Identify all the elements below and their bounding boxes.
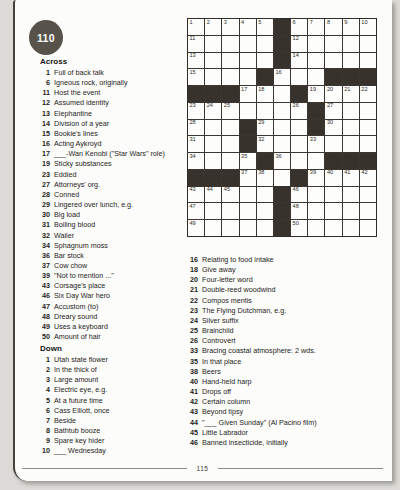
clue-text: Full of back talk <box>54 68 104 78</box>
grid-cell[interactable]: 26 <box>291 103 307 119</box>
grid-cell[interactable] <box>240 103 256 119</box>
grid-cell[interactable] <box>308 220 324 236</box>
black-cell <box>274 203 290 219</box>
grid-cell[interactable] <box>291 120 307 136</box>
cell-number: 17 <box>241 87 247 93</box>
grid-cell[interactable]: 13 <box>188 53 204 69</box>
cell-number: 22 <box>361 87 367 93</box>
grid-cell[interactable]: 27 <box>325 103 341 119</box>
grid-cell[interactable] <box>360 53 376 69</box>
grid-cell[interactable]: 9 <box>343 19 359 35</box>
grid-cell[interactable] <box>205 203 221 219</box>
clue-text: Beyond tipsy <box>202 407 243 417</box>
grid-cell[interactable]: 14 <box>291 53 307 69</box>
grid-cell[interactable] <box>274 120 290 136</box>
clue-down-46: 46Banned insecticide, initially <box>181 438 389 448</box>
grid-cell[interactable]: 40 <box>325 170 341 186</box>
clue-number: 49 <box>33 322 50 332</box>
grid-cell[interactable] <box>325 36 341 52</box>
clue-down-42: 42Certain column <box>181 397 389 407</box>
grid-cell[interactable]: 1 <box>188 19 204 35</box>
clue-text: Bookie's lines <box>54 129 98 139</box>
crossword-grid: 1234567891011121314151617181920212223242… <box>187 18 377 237</box>
clue-number: 17 <box>33 149 50 159</box>
clue-number: 40 <box>181 377 198 387</box>
across-header: Across <box>40 57 185 67</box>
clue-number: 6 <box>33 78 50 88</box>
cell-number: 42 <box>361 170 367 176</box>
clue-text: Double-reed woodwind <box>202 285 276 295</box>
grid-cell[interactable] <box>325 220 341 236</box>
grid-cell[interactable] <box>240 187 256 203</box>
clue-text: Uses a keyboard <box>54 322 108 332</box>
grid-cell[interactable]: 43 <box>188 187 204 203</box>
clue-number: 38 <box>181 367 198 377</box>
black-cell <box>308 120 324 136</box>
clue-number: 2 <box>33 365 50 375</box>
grid-cell[interactable] <box>240 53 256 69</box>
grid-cell[interactable] <box>257 203 273 219</box>
black-cell <box>188 170 204 186</box>
grid-cell[interactable]: 4 <box>240 19 256 35</box>
clue-text: Accustom (to) <box>54 302 98 312</box>
grid-cell[interactable]: 31 <box>188 136 204 152</box>
clue-text: Large amount <box>54 375 98 385</box>
grid-cell[interactable]: 36 <box>274 153 290 169</box>
cell-number: 3 <box>224 20 227 26</box>
cell-number: 34 <box>190 154 196 160</box>
clue-down-16: 16Relating to food intake <box>181 255 389 265</box>
grid-cell[interactable] <box>222 203 238 219</box>
grid-cell[interactable] <box>360 120 376 136</box>
puzzle-number: 110 <box>37 32 55 44</box>
grid-cell[interactable] <box>257 53 273 69</box>
grid-cell[interactable] <box>343 187 359 203</box>
grid-cell[interactable] <box>257 220 273 236</box>
grid-cell[interactable] <box>343 120 359 136</box>
clue-text: Conned <box>54 190 79 200</box>
clue-across-43: 43Corsage's place <box>33 281 185 291</box>
clue-text: Hand-held harp <box>202 377 252 387</box>
cell-number: 2 <box>207 20 210 26</box>
cell-number: 43 <box>190 187 196 193</box>
grid-cell[interactable]: 17 <box>240 86 256 102</box>
black-cell <box>308 103 324 119</box>
page-footer: 115 <box>22 461 383 475</box>
grid-cell[interactable] <box>291 153 307 169</box>
cell-number: 32 <box>258 137 264 143</box>
grid-cell[interactable] <box>274 86 290 102</box>
black-cell <box>274 19 290 35</box>
cell-number: 26 <box>293 103 299 109</box>
grid-cell[interactable] <box>308 203 324 219</box>
cell-number: 24 <box>207 103 213 109</box>
grid-cell[interactable]: 12 <box>291 36 307 52</box>
clue-text: Bracing coastal atmosphere: 2 wds. <box>202 346 316 356</box>
clue-number: 30 <box>33 210 50 220</box>
grid-cell[interactable]: 10 <box>360 19 376 35</box>
grid-cell[interactable] <box>360 203 376 219</box>
clue-text: Certain column <box>202 397 250 407</box>
clue-across-27: 27Attorneys' org. <box>33 180 185 190</box>
clue-down-2: 2In the thick of <box>33 365 185 375</box>
clue-text: The Flying Dutchman, e.g. <box>202 306 286 316</box>
grid-cell[interactable] <box>308 36 324 52</box>
down-section: Down 1Utah state flower2In the thick of3… <box>33 344 185 457</box>
clue-text: Compos mentis <box>202 296 252 306</box>
grid-cell[interactable]: 15 <box>188 69 204 85</box>
cell-number: 36 <box>275 154 281 160</box>
clue-text: Cow chow <box>54 261 87 271</box>
black-cell <box>360 69 376 85</box>
grid-cell[interactable]: 5 <box>257 19 273 35</box>
grid-cell[interactable] <box>308 53 324 69</box>
grid-cell[interactable] <box>222 36 238 52</box>
cell-number: 39 <box>310 170 316 176</box>
grid-cell[interactable]: 41 <box>343 170 359 186</box>
cell-number: 9 <box>344 20 347 26</box>
grid-cell[interactable]: 20 <box>325 86 341 102</box>
grid-cell[interactable] <box>343 136 359 152</box>
grid-cell[interactable]: 39 <box>308 170 324 186</box>
grid-cell[interactable]: 25 <box>222 103 238 119</box>
grid-cell[interactable] <box>325 187 341 203</box>
grid-cell[interactable]: 47 <box>188 203 204 219</box>
clue-text: In that place <box>202 357 241 367</box>
grid-cell[interactable]: 16 <box>274 69 290 85</box>
clue-text: Cass Elliott, once <box>54 406 110 416</box>
clue-number: 50 <box>33 332 50 342</box>
grid-cell[interactable]: 33 <box>308 136 324 152</box>
grid-cell[interactable] <box>240 69 256 85</box>
grid-cell[interactable]: 48 <box>291 203 307 219</box>
grid-cell[interactable] <box>291 136 307 152</box>
cell-number: 10 <box>361 20 367 26</box>
clue-number: 16 <box>181 255 198 265</box>
clue-down-7: 7Beside <box>33 416 185 426</box>
clue-down-43: 43Beyond tipsy <box>181 407 389 417</box>
grid-cell[interactable] <box>274 170 290 186</box>
cell-number: 8 <box>327 20 330 26</box>
cell-number: 47 <box>190 204 196 210</box>
clue-text: Elephantine <box>54 109 92 119</box>
grid-cell[interactable] <box>205 69 221 85</box>
cell-number: 40 <box>327 170 333 176</box>
grid-cell[interactable] <box>222 53 238 69</box>
clue-text: Beside <box>54 416 76 426</box>
clue-text: Eddied <box>54 170 76 180</box>
cell-number: 7 <box>310 20 313 26</box>
grid-cell[interactable] <box>291 69 307 85</box>
grid-cell[interactable]: 7 <box>308 19 324 35</box>
grid-cell[interactable] <box>308 187 324 203</box>
clue-text: Four-letter word <box>202 275 253 285</box>
grid-cell[interactable]: 19 <box>308 86 324 102</box>
clue-text: At a future time <box>54 396 103 406</box>
cell-number: 12 <box>293 36 299 42</box>
cell-number: 35 <box>241 154 247 160</box>
cell-number: 44 <box>207 187 213 193</box>
grid-cell[interactable] <box>360 103 376 119</box>
clue-down-21: 21Double-reed woodwind <box>181 285 389 295</box>
grid-cell[interactable]: 46 <box>291 187 307 203</box>
grid-cell[interactable] <box>360 136 376 152</box>
scanned-page: 110 123456789101112131415161718192021222… <box>13 0 392 481</box>
grid-cell[interactable] <box>222 69 238 85</box>
clue-number: 48 <box>33 312 50 322</box>
grid-cell[interactable]: 29 <box>257 120 273 136</box>
grid-cell[interactable] <box>205 153 221 169</box>
black-cell <box>257 69 273 85</box>
cell-number: 50 <box>293 221 299 227</box>
across-section: Across 1Full of back talk6Igneous rock, … <box>33 57 185 342</box>
cell-number: 38 <box>258 170 264 176</box>
grid-cell[interactable] <box>360 36 376 52</box>
cell-number: 33 <box>310 137 316 143</box>
grid-cell[interactable] <box>205 53 221 69</box>
black-cell <box>240 136 256 152</box>
clue-number: 43 <box>33 281 50 291</box>
clue-text: Corsage's place <box>54 281 105 291</box>
grid-cell[interactable]: 8 <box>325 19 341 35</box>
clue-number: 46 <box>181 438 198 448</box>
grid-cell[interactable]: 6 <box>291 19 307 35</box>
clue-text: Amount of hair <box>54 332 101 342</box>
clue-down-1: 1Utah state flower <box>33 355 185 365</box>
clue-number: 37 <box>33 261 50 271</box>
grid-cell[interactable] <box>240 203 256 219</box>
clue-text: Wailer <box>54 231 74 241</box>
clue-number: 35 <box>181 357 198 367</box>
clue-text: Little Labrador <box>202 428 248 438</box>
clue-number: 21 <box>181 285 198 295</box>
grid-cell[interactable] <box>360 187 376 203</box>
clue-number: 10 <box>33 446 50 456</box>
grid-cell[interactable]: 21 <box>343 86 359 102</box>
grid-cell[interactable] <box>205 120 221 136</box>
cell-number: 27 <box>327 103 333 109</box>
clue-across-29: 29Lingered over lunch, e.g. <box>33 200 185 210</box>
grid-cell[interactable] <box>308 69 324 85</box>
grid-cell[interactable] <box>240 220 256 236</box>
clue-number: 26 <box>181 336 198 346</box>
grid-cell[interactable] <box>222 153 238 169</box>
clue-across-39: 39"Not to mention ..." <box>33 271 185 281</box>
clue-text: Assumed identity <box>54 98 109 108</box>
clue-number: 45 <box>181 428 198 438</box>
cell-number: 25 <box>224 103 230 109</box>
clue-down-9: 9Spare key hider <box>33 436 185 446</box>
clue-down-44: 44"___ Given Sunday" (Al Pacino film) <box>181 418 389 428</box>
clue-down-22: 22Compos mentis <box>181 296 389 306</box>
clue-across-15: 15Bookie's lines <box>33 129 185 139</box>
grid-cell[interactable] <box>325 136 341 152</box>
clue-text: Bathtub booze <box>54 426 100 436</box>
clue-number: 41 <box>181 387 198 397</box>
black-cell <box>343 69 359 85</box>
grid-cell[interactable]: 22 <box>360 86 376 102</box>
grid-cell[interactable] <box>205 136 221 152</box>
grid-cell[interactable] <box>222 220 238 236</box>
grid-cell[interactable]: 42 <box>360 170 376 186</box>
cell-number: 11 <box>190 36 196 42</box>
black-cell <box>274 220 290 236</box>
grid-cell[interactable]: 35 <box>240 153 256 169</box>
clue-across-1: 1Full of back talk <box>33 68 185 78</box>
clue-text: Utah state flower <box>54 355 108 365</box>
clue-number: 1 <box>33 68 50 78</box>
cell-number: 15 <box>190 70 196 76</box>
cell-number: 6 <box>293 20 296 26</box>
grid-cell[interactable]: 28 <box>188 120 204 136</box>
clue-number: 39 <box>33 271 50 281</box>
clue-number: 18 <box>181 265 198 275</box>
grid-cell[interactable] <box>325 53 341 69</box>
clue-text: Sphagnum moss <box>54 241 108 251</box>
grid-cell[interactable] <box>343 220 359 236</box>
grid-cell[interactable]: 18 <box>257 86 273 102</box>
clue-number: 20 <box>181 275 198 285</box>
clue-number: 15 <box>33 129 50 139</box>
clue-across-23: 23Eddied <box>33 170 185 180</box>
clue-down-10: 10___ Wednesday <box>33 446 185 456</box>
grid-cell[interactable]: 49 <box>188 220 204 236</box>
clue-across-28: 28Conned <box>33 190 185 200</box>
grid-cell[interactable] <box>343 203 359 219</box>
clue-number: 44 <box>181 418 198 428</box>
grid-cell[interactable] <box>257 187 273 203</box>
clue-text: Drops off <box>202 387 231 397</box>
clue-down-41: 41Drops off <box>181 387 389 397</box>
clue-number: 25 <box>181 326 198 336</box>
clue-down-45: 45Little Labrador <box>181 428 389 438</box>
grid-cell[interactable] <box>205 220 221 236</box>
cell-number: 5 <box>258 20 261 26</box>
grid-cell[interactable]: 23 <box>188 103 204 119</box>
clue-number: 16 <box>33 139 50 149</box>
clue-down-18: 18Give away <box>181 265 389 275</box>
clue-down-23: 23The Flying Dutchman, e.g. <box>181 306 389 316</box>
black-cell <box>274 36 290 52</box>
cell-number: 16 <box>275 70 281 76</box>
cell-number: 14 <box>293 53 299 59</box>
clue-across-13: 13Elephantine <box>33 109 185 119</box>
grid-cell[interactable] <box>274 136 290 152</box>
grid-cell[interactable]: 38 <box>257 170 273 186</box>
clue-text: ___ Wednesday <box>54 446 106 456</box>
cell-number: 19 <box>310 87 316 93</box>
clue-down-8: 8Bathtub booze <box>33 426 185 436</box>
clue-number: 46 <box>33 291 50 301</box>
grid-cell[interactable] <box>240 36 256 52</box>
clue-across-6: 6Igneous rock, originally <box>33 78 185 88</box>
cell-number: 21 <box>344 87 350 93</box>
grid-cell[interactable] <box>343 36 359 52</box>
black-cell <box>291 86 307 102</box>
grid-cell[interactable] <box>257 103 273 119</box>
grid-cell[interactable]: 50 <box>291 220 307 236</box>
grid-cell[interactable] <box>325 203 341 219</box>
black-cell <box>240 120 256 136</box>
clue-text: Electric eye, e.g. <box>54 385 107 395</box>
clue-number: 9 <box>33 436 50 446</box>
footer-rule-left <box>22 468 187 469</box>
clue-number: 47 <box>33 302 50 312</box>
down-header: Down <box>40 344 185 354</box>
grid-cell[interactable]: 2 <box>205 19 221 35</box>
clue-number: 23 <box>33 170 50 180</box>
clue-text: Igneous rock, originally <box>54 78 128 88</box>
clue-number: 43 <box>181 407 198 417</box>
black-cell <box>274 53 290 69</box>
clue-number: 14 <box>33 119 50 129</box>
cell-number: 18 <box>258 87 264 93</box>
cell-number: 29 <box>258 120 264 126</box>
clue-number: 3 <box>33 375 50 385</box>
clue-across-32: 32Wailer <box>33 231 185 241</box>
grid-cell[interactable]: 32 <box>257 136 273 152</box>
grid-cell[interactable] <box>222 136 238 152</box>
grid-cell[interactable] <box>343 103 359 119</box>
cell-number: 31 <box>190 137 196 143</box>
clue-down-4: 4Electric eye, e.g. <box>33 385 185 395</box>
cell-number: 41 <box>344 170 350 176</box>
grid-cell[interactable]: 44 <box>205 187 221 203</box>
down-clue-list-left: 1Utah state flower2In the thick of3Large… <box>33 355 185 457</box>
grid-cell[interactable]: 34 <box>188 153 204 169</box>
clue-number: 6 <box>33 406 50 416</box>
grid-cell[interactable] <box>257 36 273 52</box>
clue-across-36: 36Bar stock <box>33 251 185 261</box>
grid-cell[interactable]: 37 <box>240 170 256 186</box>
clue-text: Big load <box>54 210 80 220</box>
grid-cell[interactable]: 24 <box>205 103 221 119</box>
grid-cell[interactable] <box>274 103 290 119</box>
clue-number: 5 <box>33 396 50 406</box>
clue-number: 8 <box>33 426 50 436</box>
grid-cell[interactable]: 3 <box>222 19 238 35</box>
clue-text: Beers <box>202 367 221 377</box>
grid-cell[interactable] <box>308 153 324 169</box>
grid-cell[interactable] <box>343 53 359 69</box>
black-cell <box>291 170 307 186</box>
grid-cell[interactable] <box>360 220 376 236</box>
clue-number: 36 <box>33 251 50 261</box>
across-clue-list: 1Full of back talk6Igneous rock, origina… <box>33 68 185 342</box>
clue-down-24: 24Silver suffix <box>181 316 389 326</box>
grid-cell[interactable] <box>205 36 221 52</box>
clue-across-11: 11Host the event <box>33 88 185 98</box>
cell-number: 13 <box>190 53 196 59</box>
grid-cell[interactable]: 11 <box>188 36 204 52</box>
clue-text: Lingered over lunch, e.g. <box>54 200 133 210</box>
grid-cell[interactable] <box>222 120 238 136</box>
clue-across-14: 14Division of a year <box>33 119 185 129</box>
clue-text: Brainchild <box>202 326 234 336</box>
clue-down-5: 5At a future time <box>33 396 185 406</box>
clue-number: 31 <box>33 220 50 230</box>
clue-number: 13 <box>33 109 50 119</box>
cell-number: 4 <box>241 20 244 26</box>
clue-number: 28 <box>33 190 50 200</box>
clue-text: Spare key hider <box>54 436 104 446</box>
grid-cell[interactable]: 45 <box>222 187 238 203</box>
black-cell <box>360 153 376 169</box>
grid-cell[interactable]: 30 <box>325 120 341 136</box>
clue-text: "___ Given Sunday" (Al Pacino film) <box>202 418 317 428</box>
cell-number: 23 <box>190 103 196 109</box>
black-cell <box>222 86 238 102</box>
